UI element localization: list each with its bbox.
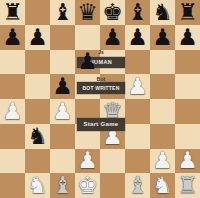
start-game-button[interactable]: Start Game [77,118,125,131]
piece-black-pawn[interactable]: ♟ [102,26,123,49]
square-a1[interactable] [0,173,25,198]
square-h8[interactable]: ♜ [175,0,200,25]
square-g7[interactable]: ♟ [150,25,175,50]
piece-black-pawn[interactable]: ♟ [2,26,23,49]
square-a2[interactable] [0,149,25,174]
square-f7[interactable]: ♟ [125,25,150,50]
square-g4[interactable] [150,99,175,124]
square-h5[interactable] [175,74,200,99]
square-c1[interactable]: ♝ [50,173,75,198]
square-f5[interactable]: ♟ [125,74,150,99]
piece-white-rook[interactable]: ♜ [177,174,198,197]
square-f2[interactable] [125,149,150,174]
square-c3[interactable] [50,124,75,149]
square-d7[interactable] [75,25,100,50]
square-b1[interactable]: ♞ [25,173,50,198]
square-h1[interactable]: ♜ [175,173,200,198]
piece-black-bishop[interactable]: ♝ [52,1,73,24]
square-c8[interactable]: ♝ [50,0,75,25]
square-f3[interactable] [125,124,150,149]
square-b2[interactable] [25,149,50,174]
square-a7[interactable]: ♟ [0,25,25,50]
chess-app: ♜♝♛♚♝♞♜♟♟♟♟♟♟♟♟♟♟♟♛♞♟♟♟♟♞♝♚♝♞♜ Js HUMAN … [0,0,200,198]
square-h6[interactable] [175,50,200,75]
square-e2[interactable] [100,149,125,174]
square-g5[interactable] [150,74,175,99]
square-f1[interactable]: ♝ [125,173,150,198]
piece-white-king[interactable]: ♚ [77,174,98,197]
piece-white-pawn[interactable]: ♟ [52,100,73,123]
square-b8[interactable] [25,0,50,25]
piece-black-rook[interactable]: ♜ [177,1,198,24]
square-b5[interactable] [25,74,50,99]
piece-white-pawn[interactable]: ♟ [2,100,23,123]
piece-black-pawn[interactable]: ♟ [152,26,173,49]
square-h2[interactable]: ♟ [175,149,200,174]
bot-select[interactable]: BOT WRITTEN [77,82,125,94]
square-g8[interactable]: ♞ [150,0,175,25]
square-g1[interactable]: ♞ [150,173,175,198]
square-g3[interactable] [150,124,175,149]
piece-black-king[interactable]: ♚ [102,1,123,24]
piece-black-pawn[interactable]: ♟ [27,26,48,49]
square-h7[interactable]: ♟ [175,25,200,50]
square-b3[interactable]: ♞ [25,124,50,149]
square-e8[interactable]: ♚ [100,0,125,25]
square-d1[interactable]: ♚ [75,173,100,198]
piece-black-pawn[interactable]: ♟ [127,26,148,49]
piece-black-pawn[interactable]: ♟ [77,50,98,73]
square-h3[interactable] [175,124,200,149]
square-a4[interactable]: ♟ [0,99,25,124]
square-c6[interactable] [50,50,75,75]
piece-white-knight[interactable]: ♞ [27,174,48,197]
square-c5[interactable]: ♟ [50,74,75,99]
square-f8[interactable]: ♝ [125,0,150,25]
piece-white-pawn[interactable]: ♟ [177,149,198,172]
square-b4[interactable] [25,99,50,124]
piece-black-knight[interactable]: ♞ [152,1,173,24]
square-a3[interactable] [0,124,25,149]
square-g6[interactable] [150,50,175,75]
piece-white-knight[interactable]: ♞ [152,174,173,197]
piece-black-bishop[interactable]: ♝ [127,1,148,24]
square-e7[interactable]: ♟ [100,25,125,50]
piece-white-pawn[interactable]: ♟ [77,149,98,172]
piece-black-rook[interactable]: ♜ [2,1,23,24]
piece-white-bishop[interactable]: ♝ [127,174,148,197]
square-b6[interactable] [25,50,50,75]
square-d8[interactable]: ♛ [75,0,100,25]
square-a5[interactable] [0,74,25,99]
square-c7[interactable] [50,25,75,50]
square-d6[interactable]: ♟ [75,50,100,75]
square-e1[interactable] [100,173,125,198]
square-a6[interactable] [0,50,25,75]
piece-white-bishop[interactable]: ♝ [52,174,73,197]
piece-black-queen[interactable]: ♛ [77,1,98,24]
square-a8[interactable]: ♜ [0,0,25,25]
piece-white-pawn[interactable]: ♟ [152,149,173,172]
square-d2[interactable]: ♟ [75,149,100,174]
square-g2[interactable]: ♟ [150,149,175,174]
piece-black-pawn[interactable]: ♟ [177,26,198,49]
piece-black-knight[interactable]: ♞ [27,125,48,148]
square-f6[interactable] [125,50,150,75]
chess-board: ♜♝♛♚♝♞♜♟♟♟♟♟♟♟♟♟♟♟♛♞♟♟♟♟♞♝♚♝♞♜ [0,0,200,198]
piece-white-pawn[interactable]: ♟ [127,75,148,98]
square-c2[interactable] [50,149,75,174]
piece-black-pawn[interactable]: ♟ [52,75,73,98]
square-h4[interactable] [175,99,200,124]
square-c4[interactable]: ♟ [50,99,75,124]
square-f4[interactable] [125,99,150,124]
square-b7[interactable]: ♟ [25,25,50,50]
